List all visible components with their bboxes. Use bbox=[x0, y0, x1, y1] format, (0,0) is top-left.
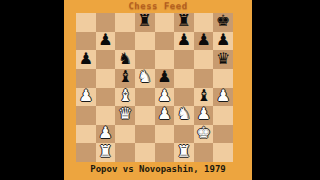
white-rook-piece: ♜ bbox=[98, 144, 112, 160]
pillarbox-left bbox=[0, 0, 64, 180]
square-a6: ♟ bbox=[76, 50, 96, 69]
square-a1 bbox=[76, 143, 96, 162]
black-pawn-piece: ♟ bbox=[196, 32, 210, 48]
black-king-piece: ♚ bbox=[216, 13, 230, 29]
black-pawn-piece: ♟ bbox=[157, 69, 171, 85]
square-g2: ♚ bbox=[194, 125, 214, 144]
square-d5: ♞ bbox=[135, 69, 155, 88]
white-queen-piece: ♛ bbox=[118, 106, 132, 122]
square-h2 bbox=[213, 125, 233, 144]
square-g6 bbox=[194, 50, 214, 69]
square-d1 bbox=[135, 143, 155, 162]
white-knight-piece: ♞ bbox=[138, 69, 152, 85]
square-a3 bbox=[76, 106, 96, 125]
black-pawn-piece: ♟ bbox=[79, 51, 93, 67]
square-b2: ♟ bbox=[96, 125, 116, 144]
white-pawn-piece: ♟ bbox=[196, 106, 210, 122]
white-pawn-piece: ♟ bbox=[216, 88, 230, 104]
square-a7 bbox=[76, 32, 96, 51]
white-bishop-piece: ♝ bbox=[118, 88, 132, 104]
channel-title: Chess Feed bbox=[64, 1, 252, 11]
square-d4 bbox=[135, 88, 155, 107]
square-c7 bbox=[115, 32, 135, 51]
square-f4 bbox=[174, 88, 194, 107]
square-a2 bbox=[76, 125, 96, 144]
square-g8 bbox=[194, 13, 214, 32]
square-b1: ♜ bbox=[96, 143, 116, 162]
square-f8: ♜ bbox=[174, 13, 194, 32]
square-c8 bbox=[115, 13, 135, 32]
square-d3 bbox=[135, 106, 155, 125]
square-e3: ♟ bbox=[155, 106, 175, 125]
black-pawn-piece: ♟ bbox=[98, 32, 112, 48]
square-f5 bbox=[174, 69, 194, 88]
black-bishop-piece: ♝ bbox=[196, 88, 210, 104]
square-c6: ♞ bbox=[115, 50, 135, 69]
black-bishop-piece: ♝ bbox=[118, 69, 132, 85]
square-a4: ♟ bbox=[76, 88, 96, 107]
square-d7 bbox=[135, 32, 155, 51]
post-canvas: Chess Feed ♜♜♚♟♟♟♟♟♞♛♝♞♟♟♝♟♝♟♛♟♞♟♟♚♜♜ Po… bbox=[64, 0, 252, 180]
square-e7 bbox=[155, 32, 175, 51]
square-h4: ♟ bbox=[213, 88, 233, 107]
square-e4: ♟ bbox=[155, 88, 175, 107]
square-h1 bbox=[213, 143, 233, 162]
square-b8 bbox=[96, 13, 116, 32]
square-f7: ♟ bbox=[174, 32, 194, 51]
black-knight-piece: ♞ bbox=[118, 51, 132, 67]
pillarbox-right bbox=[252, 0, 320, 180]
square-d2 bbox=[135, 125, 155, 144]
square-g3: ♟ bbox=[194, 106, 214, 125]
square-b5 bbox=[96, 69, 116, 88]
square-f6 bbox=[174, 50, 194, 69]
square-c3: ♛ bbox=[115, 106, 135, 125]
square-a5 bbox=[76, 69, 96, 88]
square-b4 bbox=[96, 88, 116, 107]
black-pawn-piece: ♟ bbox=[177, 32, 191, 48]
square-b3 bbox=[96, 106, 116, 125]
square-e2 bbox=[155, 125, 175, 144]
square-d6 bbox=[135, 50, 155, 69]
black-queen-piece: ♛ bbox=[216, 51, 230, 67]
white-pawn-piece: ♟ bbox=[79, 88, 93, 104]
white-pawn-piece: ♟ bbox=[98, 125, 112, 141]
square-e6 bbox=[155, 50, 175, 69]
square-e5: ♟ bbox=[155, 69, 175, 88]
black-pawn-piece: ♟ bbox=[216, 32, 230, 48]
square-e8 bbox=[155, 13, 175, 32]
square-d8: ♜ bbox=[135, 13, 155, 32]
game-caption: Popov vs Novopashin, 1979 bbox=[64, 164, 252, 174]
white-knight-piece: ♞ bbox=[177, 106, 191, 122]
square-a8 bbox=[76, 13, 96, 32]
square-g5 bbox=[194, 69, 214, 88]
black-rook-piece: ♜ bbox=[138, 13, 152, 29]
square-b7: ♟ bbox=[96, 32, 116, 51]
square-h8: ♚ bbox=[213, 13, 233, 32]
square-e1 bbox=[155, 143, 175, 162]
square-f1: ♜ bbox=[174, 143, 194, 162]
square-h7: ♟ bbox=[213, 32, 233, 51]
square-g1 bbox=[194, 143, 214, 162]
white-pawn-piece: ♟ bbox=[157, 106, 171, 122]
black-rook-piece: ♜ bbox=[177, 13, 191, 29]
square-b6 bbox=[96, 50, 116, 69]
square-c1 bbox=[115, 143, 135, 162]
white-pawn-piece: ♟ bbox=[157, 88, 171, 104]
square-h5 bbox=[213, 69, 233, 88]
square-g7: ♟ bbox=[194, 32, 214, 51]
video-frame: Chess Feed ♜♜♚♟♟♟♟♟♞♛♝♞♟♟♝♟♝♟♛♟♞♟♟♚♜♜ Po… bbox=[0, 0, 320, 180]
square-h6: ♛ bbox=[213, 50, 233, 69]
white-rook-piece: ♜ bbox=[177, 144, 191, 160]
square-f2 bbox=[174, 125, 194, 144]
chess-board: ♜♜♚♟♟♟♟♟♞♛♝♞♟♟♝♟♝♟♛♟♞♟♟♚♜♜ bbox=[76, 13, 233, 162]
square-g4: ♝ bbox=[194, 88, 214, 107]
square-c5: ♝ bbox=[115, 69, 135, 88]
square-c2 bbox=[115, 125, 135, 144]
square-c4: ♝ bbox=[115, 88, 135, 107]
square-f3: ♞ bbox=[174, 106, 194, 125]
square-h3 bbox=[213, 106, 233, 125]
white-king-piece: ♚ bbox=[196, 125, 210, 141]
